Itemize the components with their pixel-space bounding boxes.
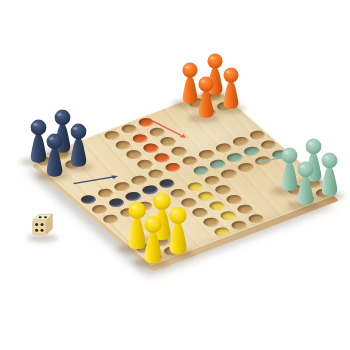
green-pawn-3 <box>316 151 343 205</box>
blue-pawn-3 <box>65 122 92 176</box>
orange-pawn-4 <box>193 75 219 127</box>
orange-pawn-3 <box>218 66 244 118</box>
scene <box>0 0 350 350</box>
green-pawn-4 <box>292 160 319 214</box>
blue-pawn-4 <box>41 132 68 186</box>
wooden-die <box>29 211 56 244</box>
yellow-pawn-4 <box>138 214 168 273</box>
pieces-layer <box>0 0 350 350</box>
